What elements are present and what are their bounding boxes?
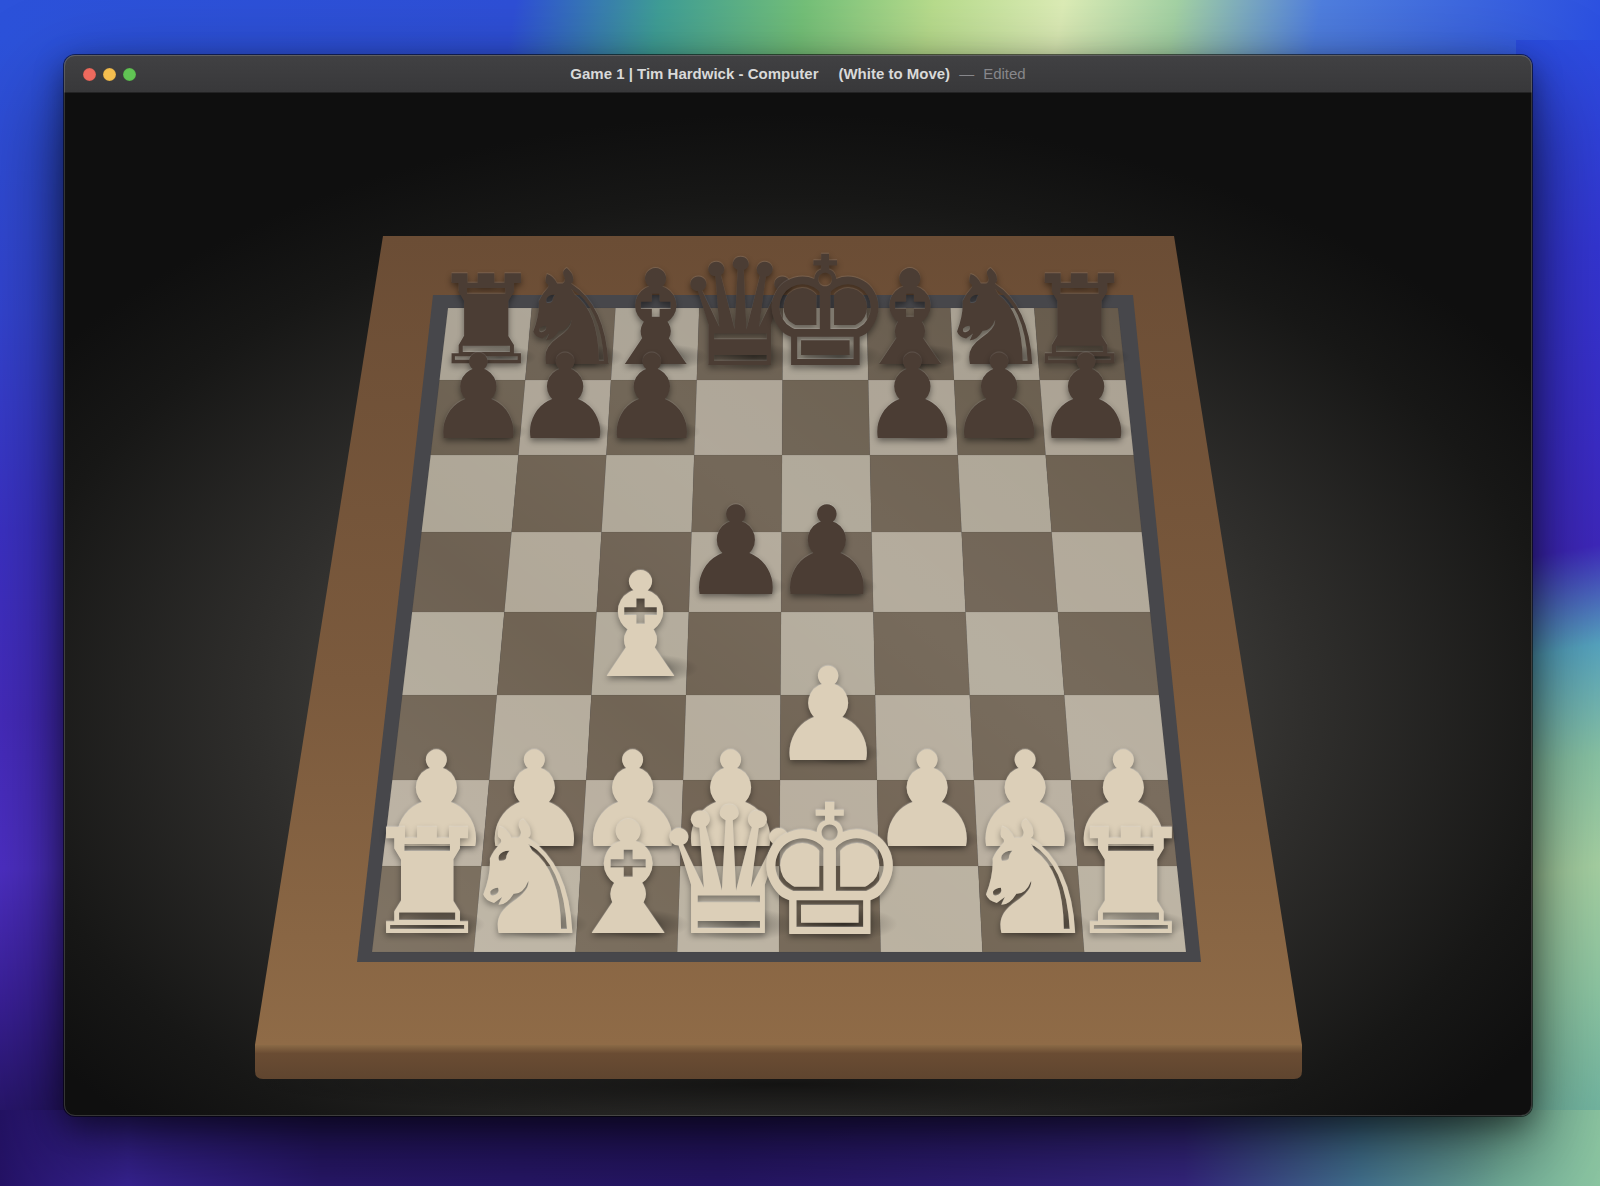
piece-black-pawn-e5[interactable]: ♟ xyxy=(772,490,882,613)
minimize-button[interactable] xyxy=(103,68,116,81)
edited-badge: Edited xyxy=(983,65,1026,82)
board-frame-front xyxy=(255,1045,1302,1079)
traffic-lights xyxy=(83,55,136,93)
piece-white-rook-h1[interactable]: ♜ xyxy=(1066,810,1197,956)
piece-black-pawn-h7[interactable]: ♟ xyxy=(1034,339,1139,456)
piece-black-pawn-c7[interactable]: ♟ xyxy=(600,339,705,456)
turn-indicator: (White to Move) xyxy=(838,65,950,82)
chess-app-content: ♜♞♝♛♚♝♞♜♟♟♟♟♟♟♟♟♝♟♟♟♟♟♟♟♟♜♞♝♛♚♞♜ xyxy=(64,93,1532,1116)
chess-app-window: Game 1 | Tim Hardwick - Computer (White … xyxy=(64,55,1532,1116)
zoom-button[interactable] xyxy=(123,68,136,81)
piece-white-king-e1[interactable]: ♚ xyxy=(748,781,910,962)
wallpaper-bottom-band xyxy=(0,1110,1600,1186)
window-title: Game 1 | Tim Hardwick - Computer (White … xyxy=(570,65,1025,82)
title-separator: — xyxy=(959,65,974,82)
window-titlebar[interactable]: Game 1 | Tim Hardwick - Computer (White … xyxy=(64,55,1532,93)
close-button[interactable] xyxy=(83,68,96,81)
piece-white-bishop-c4[interactable]: ♝ xyxy=(576,554,706,699)
game-title: Game 1 | Tim Hardwick - Computer xyxy=(570,65,818,82)
